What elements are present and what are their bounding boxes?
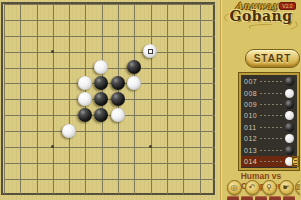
move-list-panel: 007008009010011012013014 bbox=[239, 73, 299, 170]
move-number: 012 bbox=[244, 135, 257, 142]
clipped-tab[interactable] bbox=[255, 196, 267, 200]
logo-title-main: Gobang bbox=[221, 8, 300, 24]
scrollbar-thumb[interactable] bbox=[292, 156, 299, 167]
star-point bbox=[51, 50, 54, 53]
move-row-013[interactable]: 013 bbox=[241, 144, 297, 155]
move-row-009[interactable]: 009 bbox=[241, 99, 297, 110]
star-point bbox=[149, 145, 152, 148]
dotted-leader bbox=[260, 161, 282, 162]
undo-arrow-icon: ↶ bbox=[249, 184, 256, 192]
keyboard-icon: ⌨ bbox=[296, 184, 300, 192]
game-logo: Anyway Gobang V2.0 bbox=[221, 0, 300, 28]
dotted-leader bbox=[260, 127, 282, 128]
clipped-tab[interactable] bbox=[283, 196, 295, 200]
clipped-tab[interactable] bbox=[241, 196, 253, 200]
move-row-014[interactable]: 014 bbox=[241, 156, 297, 167]
dotted-leader bbox=[260, 138, 282, 139]
move-number: 011 bbox=[244, 124, 257, 131]
move-row-011[interactable]: 011 bbox=[241, 122, 297, 133]
concentric-rings-icon: ◎ bbox=[231, 184, 238, 192]
keyboard-button[interactable]: ⌨ bbox=[295, 180, 301, 195]
pointer-button[interactable]: ☛ bbox=[279, 180, 294, 195]
light-bulb-icon: ⚲ bbox=[266, 184, 272, 192]
star-point bbox=[149, 50, 152, 53]
start-button[interactable]: START bbox=[245, 49, 300, 68]
black-stone-icon bbox=[285, 77, 294, 86]
white-stone-icon bbox=[285, 111, 294, 120]
dotted-leader bbox=[260, 104, 282, 105]
dotted-leader bbox=[260, 93, 282, 94]
move-row-012[interactable]: 012 bbox=[241, 133, 297, 144]
dotted-leader bbox=[260, 115, 282, 116]
move-number: 013 bbox=[244, 147, 257, 154]
clipped-bottom-tabs bbox=[227, 196, 300, 200]
move-number: 010 bbox=[244, 112, 257, 119]
version-badge: V2.0 bbox=[279, 2, 296, 10]
white-stone-icon bbox=[285, 89, 294, 98]
dotted-leader bbox=[260, 81, 282, 82]
board-gridlines bbox=[4, 4, 215, 194]
clipped-tab[interactable] bbox=[227, 196, 239, 200]
undo-button[interactable]: ↶ bbox=[245, 180, 260, 195]
move-number: 008 bbox=[244, 90, 257, 97]
side-panel: Anyway Gobang V2.0 START 007008009010011… bbox=[220, 0, 300, 200]
move-number: 014 bbox=[244, 158, 257, 165]
hand-pointer-icon: ☛ bbox=[282, 184, 289, 192]
star-point bbox=[51, 145, 54, 148]
black-stone-icon bbox=[285, 100, 294, 109]
white-stone-icon bbox=[285, 134, 294, 143]
flourish-ornament bbox=[249, 23, 273, 29]
hint-button[interactable]: ⚲ bbox=[262, 180, 277, 195]
move-row-010[interactable]: 010 bbox=[241, 110, 297, 121]
black-stone-icon bbox=[285, 146, 294, 155]
dotted-leader bbox=[260, 150, 282, 151]
clipped-tab[interactable] bbox=[269, 196, 281, 200]
move-number: 007 bbox=[244, 78, 257, 85]
rings-button[interactable]: ◎ bbox=[227, 180, 242, 195]
black-stone-icon bbox=[285, 123, 294, 132]
gobang-board[interactable] bbox=[0, 0, 220, 200]
move-row-008[interactable]: 008 bbox=[241, 87, 297, 98]
move-row-007[interactable]: 007 bbox=[241, 76, 297, 87]
move-number: 009 bbox=[244, 101, 257, 108]
